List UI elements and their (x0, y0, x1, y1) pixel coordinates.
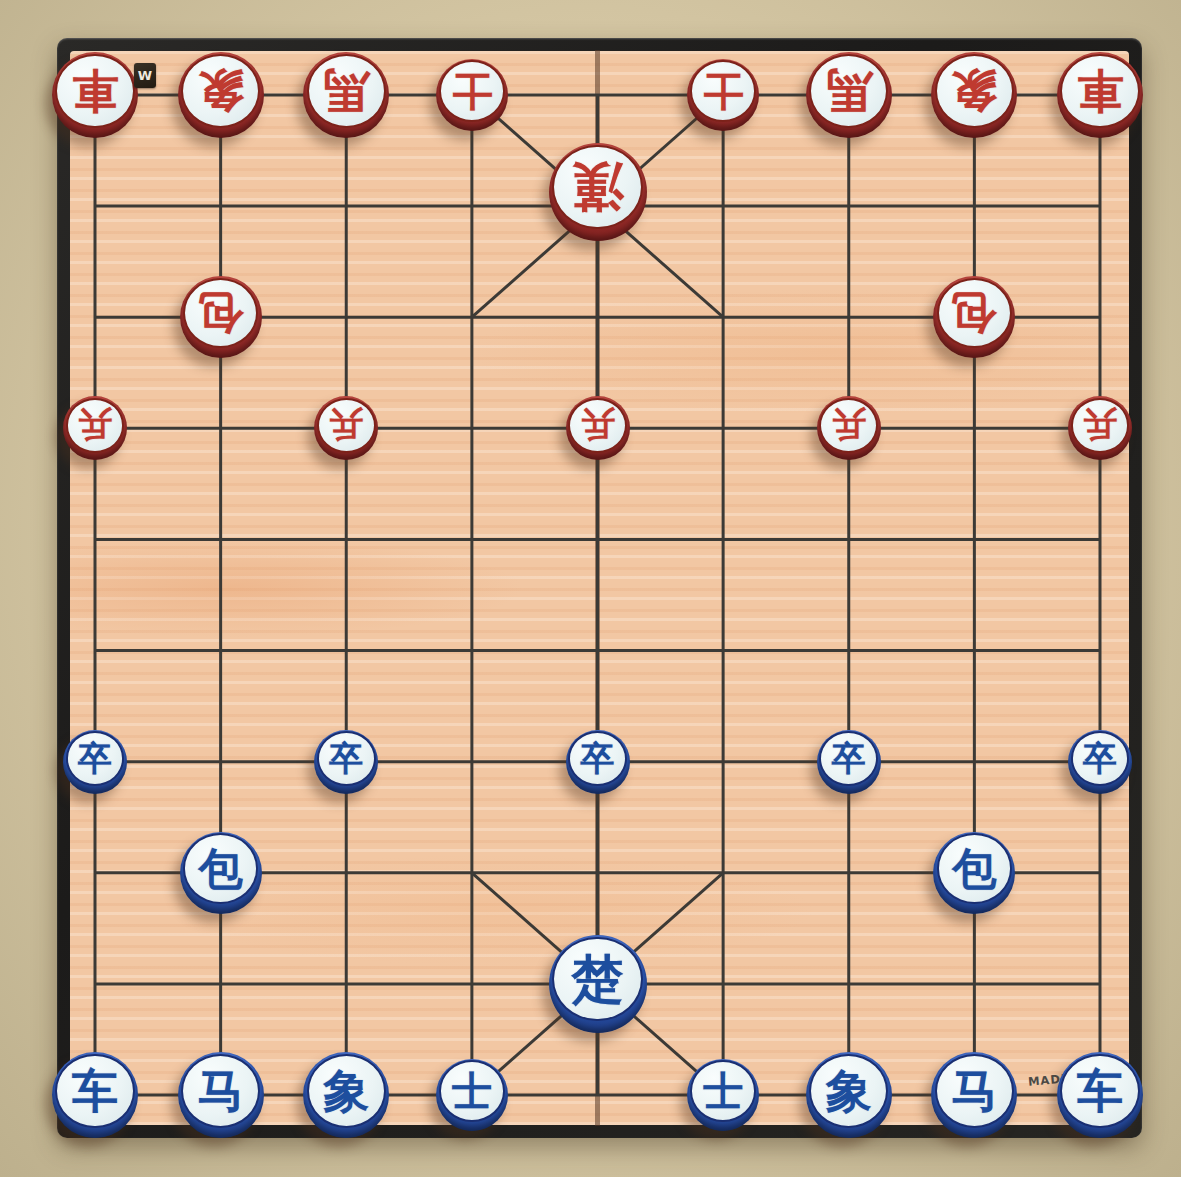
piece-character: 士 (703, 1071, 743, 1111)
piece-character: 象 (198, 68, 244, 114)
red-cannon-piece[interactable]: 包 (933, 276, 1015, 358)
piece-face: 兵 (819, 398, 878, 453)
blue-horse-piece[interactable]: 马 (178, 1052, 264, 1138)
piece-face: 卒 (568, 731, 627, 786)
piece-character: 卒 (329, 741, 363, 775)
blue-cannon-piece[interactable]: 包 (180, 832, 262, 914)
piece-face: 包 (183, 278, 258, 349)
piece-character: 卒 (832, 741, 866, 775)
piece-face: 车 (1060, 1054, 1139, 1128)
piece-character: 包 (952, 847, 996, 891)
piece-character: 卒 (78, 741, 112, 775)
piece-character: 卒 (581, 741, 615, 775)
blue-advisor-piece[interactable]: 士 (436, 1059, 508, 1131)
piece-face: 象 (809, 1054, 888, 1128)
piece-face: 車 (1060, 54, 1139, 128)
blue-rook-piece[interactable]: 车 (52, 1052, 138, 1138)
piece-face: 卒 (1071, 731, 1130, 786)
piece-face: 马 (935, 1054, 1014, 1128)
piece-face: 士 (439, 1060, 505, 1122)
piece-character: 兵 (78, 408, 112, 442)
piece-face: 卒 (819, 731, 878, 786)
piece-character: 马 (198, 1068, 244, 1114)
piece-face: 车 (55, 1054, 134, 1128)
piece-face: 包 (937, 278, 1012, 349)
red-elephant-piece[interactable]: 象 (178, 52, 264, 138)
piece-face: 兵 (568, 398, 627, 453)
piece-character: 車 (1077, 68, 1123, 114)
piece-character: 兵 (329, 408, 363, 442)
piece-face: 士 (439, 60, 505, 122)
piece-face: 兵 (66, 398, 125, 453)
piece-character: 包 (952, 291, 996, 335)
piece-face: 漢 (552, 145, 642, 229)
blue-pawn-piece[interactable]: 卒 (63, 730, 127, 794)
piece-character: 包 (199, 847, 243, 891)
piece-character: 卒 (1083, 741, 1117, 775)
red-rook-piece[interactable]: 車 (1057, 52, 1143, 138)
red-pawn-piece[interactable]: 兵 (566, 396, 630, 460)
piece-character: 車 (72, 68, 118, 114)
piece-character: 象 (323, 1068, 369, 1114)
piece-face: 楚 (552, 937, 642, 1021)
piece-character: 士 (703, 71, 743, 111)
blue-horse-piece[interactable]: 马 (931, 1052, 1017, 1138)
piece-face: 車 (55, 54, 134, 128)
piece-character: 楚 (572, 953, 624, 1005)
piece-face: 士 (690, 1060, 756, 1122)
piece-character: 馬 (323, 68, 369, 114)
piece-face: 兵 (317, 398, 376, 453)
piece-character: 士 (452, 1071, 492, 1111)
piece-face: 馬 (307, 54, 386, 128)
blue-pawn-piece[interactable]: 卒 (817, 730, 881, 794)
blue-general-piece[interactable]: 楚 (549, 935, 647, 1033)
piece-character: 兵 (832, 408, 866, 442)
blue-rook-piece[interactable]: 车 (1057, 1052, 1143, 1138)
red-pawn-piece[interactable]: 兵 (63, 396, 127, 460)
brand-logo: W (134, 63, 156, 88)
red-pawn-piece[interactable]: 兵 (817, 396, 881, 460)
piece-character: 车 (72, 1068, 118, 1114)
piece-character: 象 (826, 1068, 872, 1114)
blue-pawn-piece[interactable]: 卒 (566, 730, 630, 794)
piece-face: 兵 (1071, 398, 1130, 453)
red-horse-piece[interactable]: 馬 (806, 52, 892, 138)
piece-face: 象 (935, 54, 1014, 128)
piece-face: 马 (181, 1054, 260, 1128)
piece-character: 包 (199, 291, 243, 335)
red-advisor-piece[interactable]: 士 (687, 59, 759, 131)
piece-character: 兵 (581, 408, 615, 442)
blue-advisor-piece[interactable]: 士 (687, 1059, 759, 1131)
piece-face: 象 (181, 54, 260, 128)
piece-character: 马 (951, 1068, 997, 1114)
piece-face: 士 (690, 60, 756, 122)
blue-cannon-piece[interactable]: 包 (933, 832, 1015, 914)
piece-face: 卒 (66, 731, 125, 786)
piece-face: 卒 (317, 731, 376, 786)
piece-character: 象 (951, 68, 997, 114)
piece-face: 馬 (809, 54, 888, 128)
piece-character: 漢 (572, 161, 624, 213)
red-general-piece[interactable]: 漢 (549, 143, 647, 241)
red-horse-piece[interactable]: 馬 (303, 52, 389, 138)
piece-character: 士 (452, 71, 492, 111)
blue-pawn-piece[interactable]: 卒 (1068, 730, 1132, 794)
red-pawn-piece[interactable]: 兵 (1068, 396, 1132, 460)
piece-character: 馬 (826, 68, 872, 114)
piece-character: 车 (1077, 1068, 1123, 1114)
red-advisor-piece[interactable]: 士 (436, 59, 508, 131)
blue-elephant-piece[interactable]: 象 (303, 1052, 389, 1138)
piece-face: 象 (307, 1054, 386, 1128)
piece-character: 兵 (1083, 408, 1117, 442)
piece-face: 包 (183, 833, 258, 904)
blue-pawn-piece[interactable]: 卒 (314, 730, 378, 794)
photo-of-xiangqi-board: { "game": "xiangqi", "board_info": { "lo… (0, 0, 1181, 1177)
brand-logo-letter: W (138, 68, 152, 83)
red-cannon-piece[interactable]: 包 (180, 276, 262, 358)
piece-face: 包 (937, 833, 1012, 904)
red-elephant-piece[interactable]: 象 (931, 52, 1017, 138)
red-rook-piece[interactable]: 車 (52, 52, 138, 138)
blue-elephant-piece[interactable]: 象 (806, 1052, 892, 1138)
